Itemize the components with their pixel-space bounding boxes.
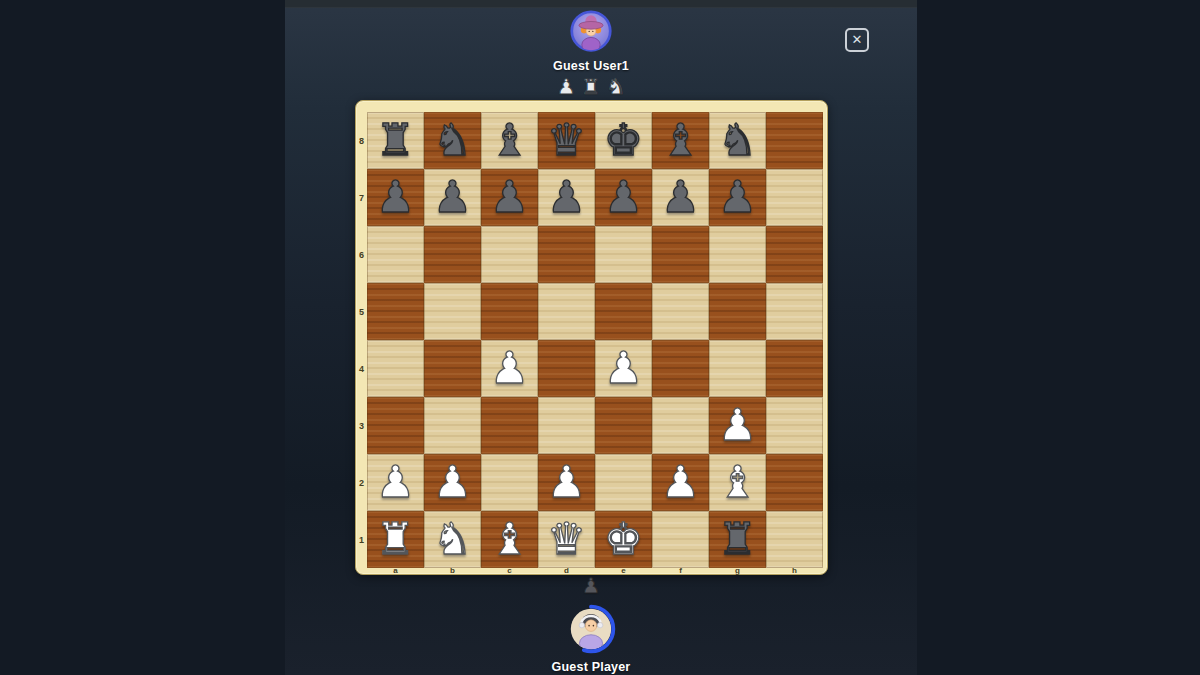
piece-black-pawn[interactable]: ♟ xyxy=(538,169,595,226)
square-a4[interactable] xyxy=(367,340,424,397)
piece-white-pawn[interactable]: ♟ xyxy=(595,340,652,397)
piece-white-king[interactable]: ♚ xyxy=(595,511,652,568)
square-e1[interactable]: ♚ xyxy=(595,511,652,568)
square-g1[interactable]: ♜ xyxy=(709,511,766,568)
square-g4[interactable] xyxy=(709,340,766,397)
piece-white-pawn[interactable]: ♟ xyxy=(652,454,709,511)
square-c4[interactable]: ♟ xyxy=(481,340,538,397)
square-h7[interactable] xyxy=(766,169,823,226)
square-b5[interactable] xyxy=(424,283,481,340)
piece-white-bishop[interactable]: ♝ xyxy=(481,511,538,568)
square-h6[interactable] xyxy=(766,226,823,283)
piece-black-pawn[interactable]: ♟ xyxy=(709,169,766,226)
piece-black-bishop[interactable]: ♝ xyxy=(481,112,538,169)
piece-white-pawn[interactable]: ♟ xyxy=(367,454,424,511)
square-b8[interactable]: ♞ xyxy=(424,112,481,169)
piece-black-king[interactable]: ♚ xyxy=(595,112,652,169)
piece-black-pawn[interactable]: ♟ xyxy=(595,169,652,226)
captured-white-rook-icon: ♜ xyxy=(582,74,601,100)
square-c6[interactable] xyxy=(481,226,538,283)
square-g3[interactable]: ♟ xyxy=(709,397,766,454)
piece-black-queen[interactable]: ♛ xyxy=(538,112,595,169)
rank-label-4: 4 xyxy=(356,340,367,397)
square-b4[interactable] xyxy=(424,340,481,397)
square-h3[interactable] xyxy=(766,397,823,454)
piece-white-pawn[interactable]: ♟ xyxy=(538,454,595,511)
square-f5[interactable] xyxy=(652,283,709,340)
square-g8[interactable]: ♞ xyxy=(709,112,766,169)
rank-label-1: 1 xyxy=(356,511,367,568)
piece-black-pawn[interactable]: ♟ xyxy=(652,169,709,226)
square-e8[interactable]: ♚ xyxy=(595,112,652,169)
square-b3[interactable] xyxy=(424,397,481,454)
bottom-player-block: Guest Player xyxy=(491,604,691,674)
piece-white-bishop[interactable]: ♝ xyxy=(709,454,766,511)
square-h4[interactable] xyxy=(766,340,823,397)
square-d6[interactable] xyxy=(538,226,595,283)
square-d7[interactable]: ♟ xyxy=(538,169,595,226)
rank-label-3: 3 xyxy=(356,397,367,454)
square-c8[interactable]: ♝ xyxy=(481,112,538,169)
square-b6[interactable] xyxy=(424,226,481,283)
top-player-avatar xyxy=(569,9,613,57)
princess-avatar-icon xyxy=(569,9,613,53)
square-e5[interactable] xyxy=(595,283,652,340)
file-label-a: a xyxy=(367,566,424,575)
piece-white-pawn[interactable]: ♟ xyxy=(481,340,538,397)
captured-white-knight-icon: ♞ xyxy=(606,74,625,100)
square-d1[interactable]: ♛ xyxy=(538,511,595,568)
square-g2[interactable]: ♝ xyxy=(709,454,766,511)
square-e2[interactable] xyxy=(595,454,652,511)
square-b2[interactable]: ♟ xyxy=(424,454,481,511)
bottom-captured-tray: ♟ xyxy=(441,573,741,599)
square-g5[interactable] xyxy=(709,283,766,340)
piece-white-pawn[interactable]: ♟ xyxy=(709,397,766,454)
square-c3[interactable] xyxy=(481,397,538,454)
rank-label-6: 6 xyxy=(356,226,367,283)
top-captured-tray: ♟♜♞ xyxy=(441,74,741,100)
square-h5[interactable] xyxy=(766,283,823,340)
square-a1[interactable]: ♜ xyxy=(367,511,424,568)
square-b7[interactable]: ♟ xyxy=(424,169,481,226)
top-player-block: Guest User1 xyxy=(491,9,691,73)
square-f3[interactable] xyxy=(652,397,709,454)
square-a5[interactable] xyxy=(367,283,424,340)
square-f2[interactable]: ♟ xyxy=(652,454,709,511)
square-c1[interactable]: ♝ xyxy=(481,511,538,568)
square-a6[interactable] xyxy=(367,226,424,283)
captured-white-pawn-icon: ♟ xyxy=(557,74,576,100)
square-g7[interactable]: ♟ xyxy=(709,169,766,226)
square-f7[interactable]: ♟ xyxy=(652,169,709,226)
square-g6[interactable] xyxy=(709,226,766,283)
square-h8[interactable] xyxy=(766,112,823,169)
bottom-player-name: Guest Player xyxy=(491,660,691,674)
square-a7[interactable]: ♟ xyxy=(367,169,424,226)
piece-white-pawn[interactable]: ♟ xyxy=(424,454,481,511)
piece-white-knight[interactable]: ♞ xyxy=(424,511,481,568)
square-d8[interactable]: ♛ xyxy=(538,112,595,169)
close-button[interactable]: ✕ xyxy=(845,28,869,52)
piece-white-rook[interactable]: ♜ xyxy=(367,511,424,568)
square-h2[interactable] xyxy=(766,454,823,511)
square-a2[interactable]: ♟ xyxy=(367,454,424,511)
top-player-name: Guest User1 xyxy=(491,59,691,73)
square-f4[interactable] xyxy=(652,340,709,397)
square-e7[interactable]: ♟ xyxy=(595,169,652,226)
rank-label-7: 7 xyxy=(356,169,367,226)
piece-black-pawn[interactable]: ♟ xyxy=(481,169,538,226)
chess-board: 87654321 ♜♞♝♛♚♝♞♟♟♟♟♟♟♟♟♟♟♟♟♟♟♝♜♞♝♛♚♜ ab… xyxy=(355,100,828,575)
square-c5[interactable] xyxy=(481,283,538,340)
window-top-strip xyxy=(285,0,917,8)
square-c2[interactable] xyxy=(481,454,538,511)
square-b1[interactable]: ♞ xyxy=(424,511,481,568)
square-e6[interactable] xyxy=(595,226,652,283)
file-label-h: h xyxy=(766,566,823,575)
piece-black-rook[interactable]: ♜ xyxy=(367,112,424,169)
square-c7[interactable]: ♟ xyxy=(481,169,538,226)
headphones-avatar-icon xyxy=(566,604,616,654)
square-a3[interactable] xyxy=(367,397,424,454)
piece-white-queen[interactable]: ♛ xyxy=(538,511,595,568)
rank-label-2: 2 xyxy=(356,454,367,511)
square-d4[interactable] xyxy=(538,340,595,397)
chess-app-window: ✕ xyxy=(0,0,1200,675)
square-e4[interactable]: ♟ xyxy=(595,340,652,397)
square-f1[interactable] xyxy=(652,511,709,568)
square-d2[interactable]: ♟ xyxy=(538,454,595,511)
rank-label-5: 5 xyxy=(356,283,367,340)
rank-labels: 87654321 xyxy=(356,112,367,568)
captured-black-pawn-icon: ♟ xyxy=(582,573,601,599)
piece-black-pawn[interactable]: ♟ xyxy=(367,169,424,226)
piece-black-pawn[interactable]: ♟ xyxy=(424,169,481,226)
square-h1[interactable] xyxy=(766,511,823,568)
bottom-player-avatar xyxy=(566,604,616,658)
piece-black-knight[interactable]: ♞ xyxy=(424,112,481,169)
square-f6[interactable] xyxy=(652,226,709,283)
piece-black-bishop[interactable]: ♝ xyxy=(652,112,709,169)
square-d5[interactable] xyxy=(538,283,595,340)
board-grid: ♜♞♝♛♚♝♞♟♟♟♟♟♟♟♟♟♟♟♟♟♟♝♜♞♝♛♚♜ xyxy=(367,112,823,568)
square-f8[interactable]: ♝ xyxy=(652,112,709,169)
square-a8[interactable]: ♜ xyxy=(367,112,424,169)
square-e3[interactable] xyxy=(595,397,652,454)
rank-label-8: 8 xyxy=(356,112,367,169)
square-d3[interactable] xyxy=(538,397,595,454)
close-icon: ✕ xyxy=(852,30,863,50)
piece-black-knight[interactable]: ♞ xyxy=(709,112,766,169)
piece-black-rook[interactable]: ♜ xyxy=(709,511,766,568)
